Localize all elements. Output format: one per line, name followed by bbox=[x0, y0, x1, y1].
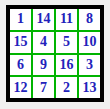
cell-r4c3: 2 bbox=[56, 77, 77, 98]
cell-r1c4: 8 bbox=[79, 9, 100, 30]
cell-r3c2: 9 bbox=[33, 55, 54, 76]
cell-r3c3: 16 bbox=[56, 55, 77, 76]
cell-r2c3: 5 bbox=[56, 32, 77, 53]
magic-square-board: 1 14 11 8 15 4 5 10 6 9 16 3 12 7 2 13 bbox=[6, 5, 104, 102]
cell-r4c4: 13 bbox=[79, 77, 100, 98]
cell-r2c1: 15 bbox=[10, 32, 31, 53]
cell-r3c1: 6 bbox=[10, 55, 31, 76]
cell-r1c1: 1 bbox=[10, 9, 31, 30]
cell-r1c2: 14 bbox=[33, 9, 54, 30]
cell-r2c2: 4 bbox=[33, 32, 54, 53]
magic-square-grid: 1 14 11 8 15 4 5 10 6 9 16 3 12 7 2 13 bbox=[10, 9, 100, 98]
cell-r4c2: 7 bbox=[33, 77, 54, 98]
cell-r2c4: 10 bbox=[79, 32, 100, 53]
cell-r3c4: 3 bbox=[79, 55, 100, 76]
cell-r4c1: 12 bbox=[10, 77, 31, 98]
cell-r1c3: 11 bbox=[56, 9, 77, 30]
